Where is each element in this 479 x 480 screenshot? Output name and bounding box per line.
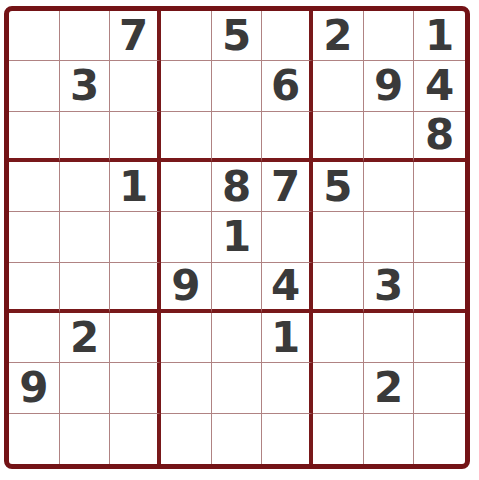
cell-r7c7[interactable] — [313, 313, 364, 363]
cell-r9c1[interactable] — [9, 414, 60, 464]
page: 752136948187519432192 — [0, 0, 479, 480]
cell-r1c8[interactable] — [364, 11, 415, 61]
cell-r9c2[interactable] — [60, 414, 111, 464]
cell-r6c1[interactable] — [9, 263, 60, 313]
cell-r9c3[interactable] — [110, 414, 161, 464]
cell-r8c4[interactable] — [161, 363, 212, 413]
cell-r7c9[interactable] — [414, 313, 465, 363]
cell-r3c4[interactable] — [161, 112, 212, 162]
cell-r8c6[interactable] — [262, 363, 313, 413]
cell-r2c9[interactable]: 4 — [414, 61, 465, 111]
cell-r7c4[interactable] — [161, 313, 212, 363]
cell-r5c9[interactable] — [414, 212, 465, 262]
cell-r8c5[interactable] — [212, 363, 263, 413]
cell-r2c3[interactable] — [110, 61, 161, 111]
cell-r4c7[interactable]: 5 — [313, 162, 364, 212]
cell-r4c8[interactable] — [364, 162, 415, 212]
cell-r6c9[interactable] — [414, 263, 465, 313]
cell-r5c5[interactable]: 1 — [212, 212, 263, 262]
cell-r5c3[interactable] — [110, 212, 161, 262]
cell-r5c2[interactable] — [60, 212, 111, 262]
cell-r4c3[interactable]: 1 — [110, 162, 161, 212]
cell-r9c9[interactable] — [414, 414, 465, 464]
cell-r7c6[interactable]: 1 — [262, 313, 313, 363]
cell-r4c9[interactable] — [414, 162, 465, 212]
cell-r8c2[interactable] — [60, 363, 111, 413]
cell-r1c6[interactable] — [262, 11, 313, 61]
cell-r5c6[interactable] — [262, 212, 313, 262]
cell-r1c7[interactable]: 2 — [313, 11, 364, 61]
cell-r8c3[interactable] — [110, 363, 161, 413]
cell-r7c1[interactable] — [9, 313, 60, 363]
cell-r1c5[interactable]: 5 — [212, 11, 263, 61]
cell-r9c6[interactable] — [262, 414, 313, 464]
cell-r2c2[interactable]: 3 — [60, 61, 111, 111]
cell-r7c5[interactable] — [212, 313, 263, 363]
cell-r6c2[interactable] — [60, 263, 111, 313]
cell-r2c4[interactable] — [161, 61, 212, 111]
cell-r7c8[interactable] — [364, 313, 415, 363]
cell-r6c5[interactable] — [212, 263, 263, 313]
cell-r8c8[interactable]: 2 — [364, 363, 415, 413]
cell-r1c1[interactable] — [9, 11, 60, 61]
sudoku-grid: 752136948187519432192 — [9, 11, 465, 464]
cell-r2c1[interactable] — [9, 61, 60, 111]
cell-r1c9[interactable]: 1 — [414, 11, 465, 61]
cell-r1c2[interactable] — [60, 11, 111, 61]
cell-r1c3[interactable]: 7 — [110, 11, 161, 61]
cell-r3c8[interactable] — [364, 112, 415, 162]
cell-r3c2[interactable] — [60, 112, 111, 162]
cell-r3c5[interactable] — [212, 112, 263, 162]
cell-r3c3[interactable] — [110, 112, 161, 162]
cell-r4c5[interactable]: 8 — [212, 162, 263, 212]
sudoku-board: 752136948187519432192 — [4, 6, 470, 469]
cell-r8c1[interactable]: 9 — [9, 363, 60, 413]
cell-r5c8[interactable] — [364, 212, 415, 262]
cell-r6c3[interactable] — [110, 263, 161, 313]
cell-r2c6[interactable]: 6 — [262, 61, 313, 111]
cell-r3c6[interactable] — [262, 112, 313, 162]
cell-r8c9[interactable] — [414, 363, 465, 413]
cell-r2c7[interactable] — [313, 61, 364, 111]
cell-r1c4[interactable] — [161, 11, 212, 61]
cell-r5c4[interactable] — [161, 212, 212, 262]
cell-r8c7[interactable] — [313, 363, 364, 413]
cell-r9c5[interactable] — [212, 414, 263, 464]
cell-r6c8[interactable]: 3 — [364, 263, 415, 313]
cell-r7c2[interactable]: 2 — [60, 313, 111, 363]
cell-r4c2[interactable] — [60, 162, 111, 212]
cell-r9c4[interactable] — [161, 414, 212, 464]
cell-r9c7[interactable] — [313, 414, 364, 464]
cell-r3c7[interactable] — [313, 112, 364, 162]
cell-r6c6[interactable]: 4 — [262, 263, 313, 313]
cell-r5c7[interactable] — [313, 212, 364, 262]
cell-r4c6[interactable]: 7 — [262, 162, 313, 212]
cell-r5c1[interactable] — [9, 212, 60, 262]
cell-r4c1[interactable] — [9, 162, 60, 212]
cell-r4c4[interactable] — [161, 162, 212, 212]
cell-r3c1[interactable] — [9, 112, 60, 162]
cell-r6c7[interactable] — [313, 263, 364, 313]
cell-r6c4[interactable]: 9 — [161, 263, 212, 313]
cell-r2c5[interactable] — [212, 61, 263, 111]
cell-r7c3[interactable] — [110, 313, 161, 363]
cell-r3c9[interactable]: 8 — [414, 112, 465, 162]
cell-r9c8[interactable] — [364, 414, 415, 464]
cell-r2c8[interactable]: 9 — [364, 61, 415, 111]
